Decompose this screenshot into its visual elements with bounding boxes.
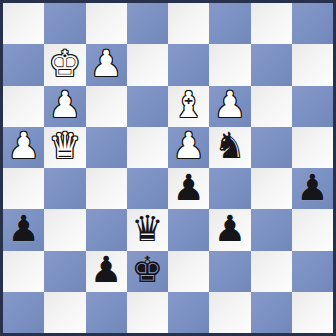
square-d1[interactable] (127, 292, 168, 333)
square-h7[interactable] (292, 44, 333, 85)
square-h1[interactable] (292, 292, 333, 333)
square-c7[interactable]: ♟ (86, 44, 127, 85)
square-g7[interactable] (251, 44, 292, 85)
square-a3[interactable]: ♟ (3, 209, 44, 250)
square-b8[interactable] (44, 3, 85, 44)
square-g8[interactable] (251, 3, 292, 44)
square-g2[interactable] (251, 251, 292, 292)
square-e7[interactable] (168, 44, 209, 85)
square-c3[interactable] (86, 209, 127, 250)
square-d7[interactable] (127, 44, 168, 85)
piece-white-pawn[interactable]: ♟ (7, 128, 39, 164)
square-h2[interactable] (292, 251, 333, 292)
piece-black-pawn[interactable]: ♟ (214, 211, 246, 247)
square-d3[interactable]: ♛ (127, 209, 168, 250)
square-a6[interactable] (3, 86, 44, 127)
piece-white-king[interactable]: ♚ (49, 46, 81, 82)
piece-black-king[interactable]: ♚ (131, 252, 163, 288)
square-h3[interactable] (292, 209, 333, 250)
square-g1[interactable] (251, 292, 292, 333)
square-f8[interactable] (209, 3, 250, 44)
square-a7[interactable] (3, 44, 44, 85)
square-d2[interactable]: ♚ (127, 251, 168, 292)
square-e2[interactable] (168, 251, 209, 292)
square-b6[interactable]: ♟ (44, 86, 85, 127)
square-b4[interactable] (44, 168, 85, 209)
square-a2[interactable] (3, 251, 44, 292)
piece-white-pawn[interactable]: ♟ (90, 46, 122, 82)
square-g5[interactable] (251, 127, 292, 168)
square-c8[interactable] (86, 3, 127, 44)
square-c1[interactable] (86, 292, 127, 333)
piece-white-pawn[interactable]: ♟ (49, 87, 81, 123)
piece-black-pawn[interactable]: ♟ (172, 170, 204, 206)
square-f2[interactable] (209, 251, 250, 292)
chess-board-window: ♚♟♟♝♟♟♛♟♞♟♟♟♛♟♟♚ (0, 0, 336, 336)
square-f5[interactable]: ♞ (209, 127, 250, 168)
square-h4[interactable]: ♟ (292, 168, 333, 209)
square-f6[interactable]: ♟ (209, 86, 250, 127)
piece-black-knight[interactable]: ♞ (214, 128, 246, 164)
square-d4[interactable] (127, 168, 168, 209)
square-b7[interactable]: ♚ (44, 44, 85, 85)
square-b3[interactable] (44, 209, 85, 250)
square-b2[interactable] (44, 251, 85, 292)
square-g3[interactable] (251, 209, 292, 250)
square-f7[interactable] (209, 44, 250, 85)
square-d8[interactable] (127, 3, 168, 44)
square-g6[interactable] (251, 86, 292, 127)
piece-black-queen[interactable]: ♛ (131, 211, 163, 247)
chess-board: ♚♟♟♝♟♟♛♟♞♟♟♟♛♟♟♚ (0, 0, 336, 336)
square-e1[interactable] (168, 292, 209, 333)
piece-white-bishop[interactable]: ♝ (172, 87, 204, 123)
square-d6[interactable] (127, 86, 168, 127)
square-a1[interactable] (3, 292, 44, 333)
piece-black-pawn[interactable]: ♟ (296, 170, 328, 206)
square-h5[interactable] (292, 127, 333, 168)
square-f1[interactable] (209, 292, 250, 333)
square-c6[interactable] (86, 86, 127, 127)
square-g4[interactable] (251, 168, 292, 209)
square-b1[interactable] (44, 292, 85, 333)
square-a5[interactable]: ♟ (3, 127, 44, 168)
square-c4[interactable] (86, 168, 127, 209)
piece-white-queen[interactable]: ♛ (49, 128, 81, 164)
piece-white-pawn[interactable]: ♟ (172, 128, 204, 164)
piece-black-pawn[interactable]: ♟ (90, 252, 122, 288)
piece-white-pawn[interactable]: ♟ (214, 87, 246, 123)
square-c2[interactable]: ♟ (86, 251, 127, 292)
square-f4[interactable] (209, 168, 250, 209)
square-h6[interactable] (292, 86, 333, 127)
square-a8[interactable] (3, 3, 44, 44)
square-e8[interactable] (168, 3, 209, 44)
square-f3[interactable]: ♟ (209, 209, 250, 250)
square-e6[interactable]: ♝ (168, 86, 209, 127)
square-b5[interactable]: ♛ (44, 127, 85, 168)
square-e3[interactable] (168, 209, 209, 250)
square-e5[interactable]: ♟ (168, 127, 209, 168)
square-a4[interactable] (3, 168, 44, 209)
square-e4[interactable]: ♟ (168, 168, 209, 209)
square-h8[interactable] (292, 3, 333, 44)
piece-black-pawn[interactable]: ♟ (7, 211, 39, 247)
square-d5[interactable] (127, 127, 168, 168)
square-c5[interactable] (86, 127, 127, 168)
